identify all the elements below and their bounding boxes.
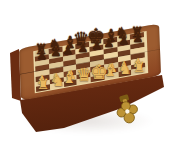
piece-white-rook[interactable]: ♜ <box>128 60 150 74</box>
chess-set-photo: ♜♞♝♛♚♝♞♜♟♟♟♟♟♟♟♟♟♟♟♟♟♟♟♟♜♞♝♛♚♝♞♜ <box>0 0 176 150</box>
piece-black-pawn[interactable]: ♟ <box>127 32 149 44</box>
pieces-layer: ♜♞♝♛♚♝♞♜♟♟♟♟♟♟♟♟♟♟♟♟♟♟♟♟♜♞♝♛♚♝♞♜ <box>0 0 176 150</box>
brass-clasp[interactable] <box>110 94 144 130</box>
